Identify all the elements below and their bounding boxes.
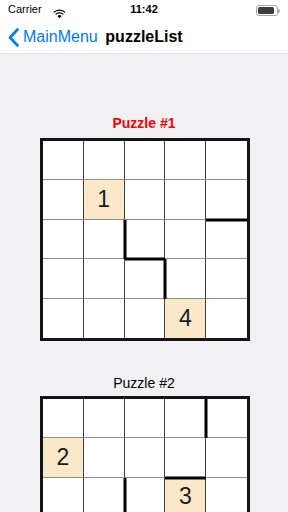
grid-cell[interactable]: 4 bbox=[165, 299, 206, 338]
grid-cell[interactable] bbox=[206, 399, 247, 438]
grid-cell[interactable] bbox=[125, 141, 166, 180]
grid-cell[interactable] bbox=[43, 478, 84, 512]
grid-cell[interactable] bbox=[125, 399, 166, 438]
grid-cell[interactable]: 1 bbox=[84, 180, 125, 219]
grid-cell[interactable] bbox=[43, 220, 84, 259]
grid-cell[interactable] bbox=[125, 259, 166, 298]
grid-cell[interactable] bbox=[84, 438, 125, 477]
grid-cell[interactable] bbox=[206, 220, 247, 259]
grid-cell[interactable] bbox=[206, 180, 247, 219]
grid-cell[interactable] bbox=[165, 259, 206, 298]
battery-icon bbox=[256, 5, 278, 16]
grid-cell[interactable] bbox=[84, 259, 125, 298]
puzzle-title[interactable]: Puzzle #1 bbox=[0, 115, 288, 131]
grid-cell[interactable] bbox=[125, 180, 166, 219]
puzzle-grid[interactable]: 14 bbox=[40, 138, 250, 341]
puzzle-grid[interactable]: 2332 bbox=[40, 396, 250, 512]
puzzle-title[interactable]: Puzzle #2 bbox=[0, 375, 288, 391]
page-title: puzzleList bbox=[0, 28, 288, 46]
grid-cell[interactable] bbox=[206, 438, 247, 477]
status-time: 11:42 bbox=[0, 3, 288, 15]
grid-cell[interactable]: 3 bbox=[165, 478, 206, 512]
grid-cell[interactable] bbox=[125, 299, 166, 338]
grid-cell[interactable] bbox=[43, 180, 84, 219]
puzzle-list-content: Puzzle #1 14 Puzzle #2 2332 bbox=[0, 54, 288, 512]
grid-cell[interactable] bbox=[43, 399, 84, 438]
grid-cell[interactable] bbox=[84, 299, 125, 338]
grid-cell[interactable] bbox=[206, 478, 247, 512]
grid-cell[interactable] bbox=[165, 399, 206, 438]
grid-cell[interactable] bbox=[43, 299, 84, 338]
grid-cell[interactable] bbox=[84, 141, 125, 180]
grid-cell[interactable] bbox=[165, 141, 206, 180]
grid-cell[interactable] bbox=[206, 299, 247, 338]
status-bar: Carrier 11:42 bbox=[0, 0, 288, 20]
grid-cell[interactable] bbox=[43, 141, 84, 180]
grid-cell[interactable] bbox=[125, 220, 166, 259]
grid-cell[interactable]: 2 bbox=[43, 438, 84, 477]
grid-cell[interactable] bbox=[165, 220, 206, 259]
grid-cell[interactable] bbox=[206, 141, 247, 180]
navigation-bar: MainMenu puzzleList bbox=[0, 20, 288, 54]
grid-cell[interactable] bbox=[125, 478, 166, 512]
grid-cell[interactable] bbox=[165, 180, 206, 219]
grid-cell[interactable] bbox=[84, 220, 125, 259]
grid-cell[interactable] bbox=[84, 478, 125, 512]
grid-cell[interactable] bbox=[206, 259, 247, 298]
grid-cell[interactable] bbox=[43, 259, 84, 298]
grid-cell[interactable] bbox=[165, 438, 206, 477]
grid-cell[interactable] bbox=[125, 438, 166, 477]
grid-cell[interactable] bbox=[84, 399, 125, 438]
